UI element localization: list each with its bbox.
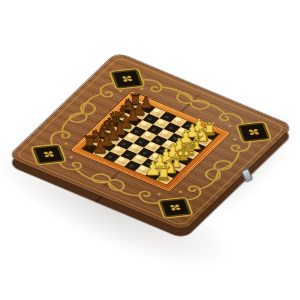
corner-medallion-top-right: ✤ <box>235 121 272 143</box>
medallion-ornament-icon: ✤ <box>245 126 263 138</box>
chess-box-photo: ✤ ✤ ✤ ✤ ♜♞♝♛♚♝♞♜♟♟♟♟♟♟♟♟♟♟♟♟♟♟♟♟♜♞♝♛♚♝♞♜ <box>0 0 300 300</box>
corner-medallion-bottom-left: ✤ <box>30 143 67 165</box>
medallion-ornament-icon: ✤ <box>166 202 184 214</box>
medallion-ornament-icon: ✤ <box>118 73 136 85</box>
corner-medallion-bottom-right: ✤ <box>157 197 194 219</box>
medallion-ornament-icon: ✤ <box>40 149 58 161</box>
corner-medallion-top-left: ✤ <box>108 68 145 90</box>
